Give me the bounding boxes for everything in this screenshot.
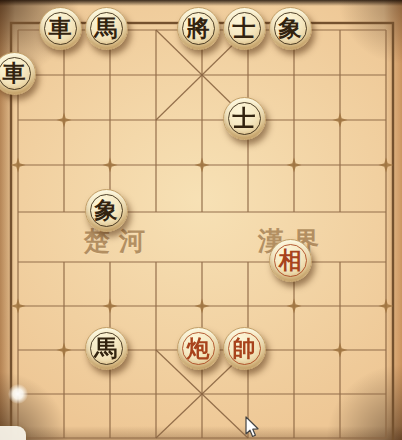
piece-ring: 象 [90, 194, 123, 227]
mouse-cursor-icon [240, 415, 260, 439]
piece-character: 士 [233, 16, 256, 39]
piece-ring: 馬 [90, 332, 123, 365]
piece-black-elephant-c6[interactable]: 象 [85, 189, 128, 232]
corner-button-edge[interactable] [0, 426, 26, 440]
piece-ring: 將 [182, 12, 215, 45]
piece-black-advisor-f10[interactable]: 士 [223, 7, 266, 50]
piece-red-general-f3[interactable]: 帥 [223, 327, 266, 370]
piece-ring: 馬 [90, 12, 123, 45]
piece-character: 象 [95, 198, 118, 221]
piece-black-horse-c3[interactable]: 馬 [85, 327, 128, 370]
piece-ring: 炮 [182, 332, 215, 365]
piece-black-general-e10[interactable]: 將 [177, 7, 220, 50]
highlight-dot [8, 384, 28, 404]
piece-ring: 士 [228, 12, 261, 45]
piece-red-elephant-g5[interactable]: 相 [269, 239, 312, 282]
piece-black-horse-c10[interactable]: 馬 [85, 7, 128, 50]
river-label-chu-he: 楚河 [84, 224, 154, 259]
xiangqi-app-screen: 楚河 漢界 車馬將士象車士象相馬炮帥 [0, 0, 402, 440]
piece-ring: 象 [274, 12, 307, 45]
piece-ring: 士 [228, 102, 261, 135]
piece-character: 象 [279, 16, 302, 39]
piece-red-cannon-e3[interactable]: 炮 [177, 327, 220, 370]
piece-character: 車 [49, 16, 72, 39]
piece-character: 炮 [187, 336, 210, 359]
piece-character: 馬 [95, 16, 118, 39]
piece-character: 相 [279, 248, 302, 271]
xiangqi-board[interactable] [0, 0, 402, 440]
piece-character: 士 [233, 106, 256, 129]
piece-character: 帥 [233, 336, 256, 359]
piece-ring: 車 [44, 12, 77, 45]
board-grid-lines [18, 30, 386, 438]
piece-ring: 車 [0, 57, 31, 90]
piece-black-chariot-a9[interactable]: 車 [0, 52, 36, 95]
piece-character: 將 [187, 16, 210, 39]
piece-ring: 相 [274, 244, 307, 277]
piece-ring: 帥 [228, 332, 261, 365]
piece-black-elephant-g10[interactable]: 象 [269, 7, 312, 50]
piece-black-chariot-b10[interactable]: 車 [39, 7, 82, 50]
piece-character: 馬 [95, 336, 118, 359]
piece-black-advisor-f8[interactable]: 士 [223, 97, 266, 140]
piece-character: 車 [3, 61, 26, 84]
